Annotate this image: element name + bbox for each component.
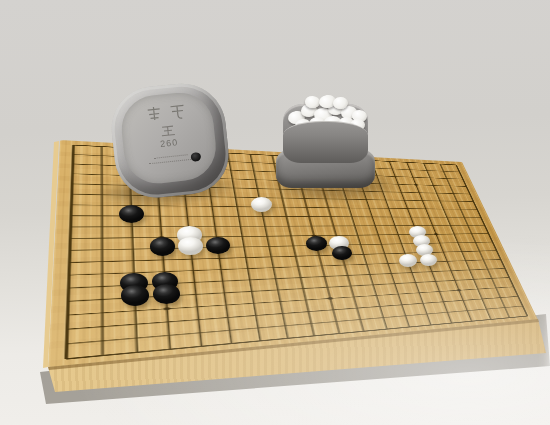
engraved-kanji-small-icon [159, 123, 176, 138]
engraved-fine-print-2 [149, 159, 193, 165]
closed-stone-bowl: 260 [108, 79, 233, 201]
engraved-fine-print [154, 154, 188, 159]
engraved-number: 260 [160, 138, 179, 149]
photo-scene: 260 [0, 0, 550, 425]
open-bowl-front-wall [283, 121, 368, 163]
engraved-kanji-icon [142, 102, 190, 125]
bowl-lid-face: 260 [118, 90, 219, 187]
lid-engraving: 260 [119, 99, 217, 166]
